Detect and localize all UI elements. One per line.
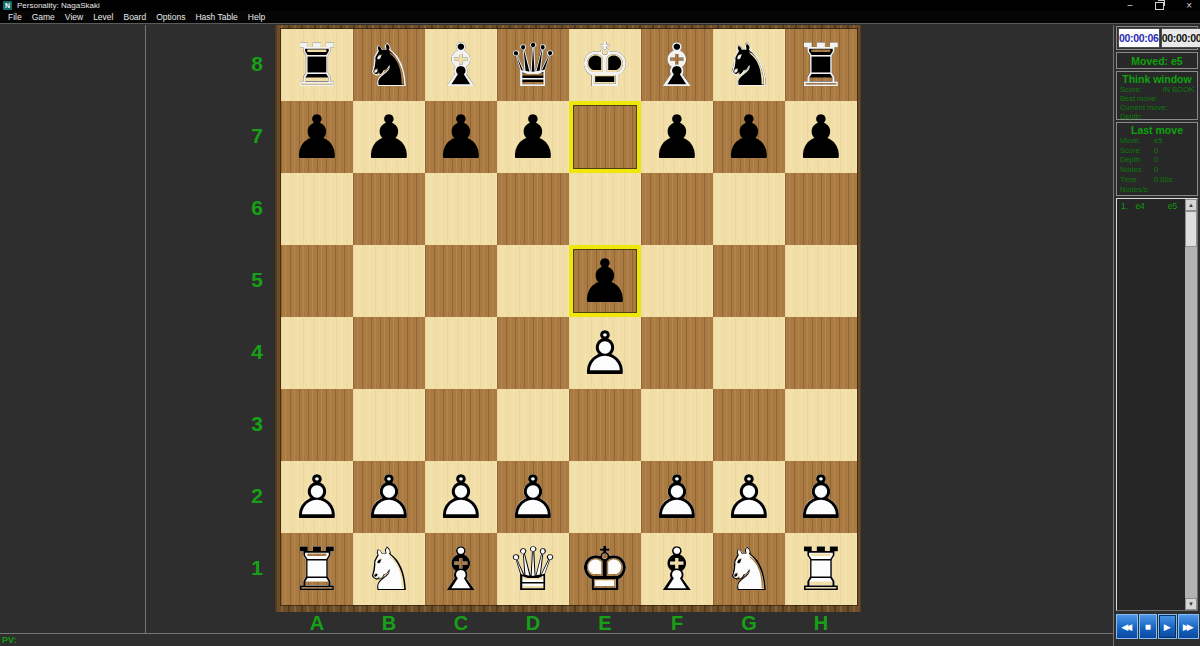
rank-label-4: 4 bbox=[246, 340, 268, 364]
black-pawn[interactable]: ♟ bbox=[353, 101, 425, 173]
scrollbar-thumb[interactable] bbox=[1185, 211, 1197, 247]
square-f5[interactable] bbox=[641, 245, 713, 317]
square-b8[interactable]: ♞♘ bbox=[353, 29, 425, 101]
app-icon: N bbox=[3, 1, 12, 10]
rank-label-5: 5 bbox=[246, 268, 268, 292]
file-label-e: E bbox=[593, 612, 617, 635]
square-c4[interactable] bbox=[425, 317, 497, 389]
minimize-icon[interactable]: − bbox=[1127, 0, 1133, 11]
square-f6[interactable] bbox=[641, 173, 713, 245]
last-move-title: Last move bbox=[1120, 124, 1194, 136]
lm-time-value: 0.00s bbox=[1154, 175, 1172, 185]
square-f7[interactable]: ♟ bbox=[641, 101, 713, 173]
square-d2[interactable]: ♟♙ bbox=[497, 461, 569, 533]
lm-depth-label: Depth: bbox=[1120, 155, 1154, 165]
black-pawn[interactable]: ♟ bbox=[497, 101, 569, 173]
square-c2[interactable]: ♟♙ bbox=[425, 461, 497, 533]
square-h4[interactable] bbox=[785, 317, 857, 389]
rank-label-2: 2 bbox=[246, 484, 268, 508]
square-g2[interactable]: ♟♙ bbox=[713, 461, 785, 533]
rank-label-6: 6 bbox=[246, 196, 268, 220]
black-rook[interactable]: ♜♖ bbox=[785, 29, 857, 101]
last-move-row-time: Time: 0.00s bbox=[1120, 175, 1194, 185]
status-bar: PV: bbox=[0, 633, 1113, 646]
white-pawn[interactable]: ♟♙ bbox=[641, 461, 713, 533]
square-a4[interactable] bbox=[281, 317, 353, 389]
square-a6[interactable] bbox=[281, 173, 353, 245]
clock-panel: 00:00:06 00:00:00 bbox=[1116, 26, 1198, 50]
think-best-move-label: Best move: bbox=[1120, 94, 1158, 103]
square-b1[interactable]: ♞♘ bbox=[353, 533, 425, 605]
square-b3[interactable] bbox=[353, 389, 425, 461]
square-h7[interactable]: ♟ bbox=[785, 101, 857, 173]
move-list[interactable]: 1. e4 e5 ▲ ▼ bbox=[1116, 198, 1198, 611]
square-g1[interactable]: ♞♘ bbox=[713, 533, 785, 605]
file-label-d: D bbox=[521, 612, 545, 635]
square-c6[interactable] bbox=[425, 173, 497, 245]
black-knight[interactable]: ♞♘ bbox=[353, 29, 425, 101]
think-depth-label: Depth: bbox=[1120, 112, 1142, 121]
white-rook[interactable]: ♜♖ bbox=[281, 533, 353, 605]
square-d5[interactable] bbox=[497, 245, 569, 317]
square-c5[interactable] bbox=[425, 245, 497, 317]
chess-board-frame: ♜♖♞♘♝♗♛♕♚♔♝♗♞♘♜♖♟♟♟♟♟♟♟♟♟♙♟♙♟♙♟♙♟♙♟♙♟♙♟♙… bbox=[275, 25, 861, 612]
game-nav-bar: ◀◀ ■ ▶ ▶▶ bbox=[1116, 614, 1199, 639]
rank-label-1: 1 bbox=[246, 556, 268, 580]
square-e4[interactable]: ♟♙ bbox=[569, 317, 641, 389]
white-pawn[interactable]: ♟♙ bbox=[497, 461, 569, 533]
square-h6[interactable] bbox=[785, 173, 857, 245]
white-pawn[interactable]: ♟♙ bbox=[353, 461, 425, 533]
black-rook[interactable]: ♜♖ bbox=[281, 29, 353, 101]
lm-score-value: 0 bbox=[1154, 146, 1158, 156]
square-b2[interactable]: ♟♙ bbox=[353, 461, 425, 533]
chess-board: ♜♖♞♘♝♗♛♕♚♔♝♗♞♘♜♖♟♟♟♟♟♟♟♟♟♙♟♙♟♙♟♙♟♙♟♙♟♙♟♙… bbox=[281, 29, 857, 605]
last-move-row-nodes: Nodes 0 bbox=[1120, 165, 1194, 175]
lm-time-label: Time: bbox=[1120, 175, 1154, 185]
white-clock: 00:00:06 bbox=[1118, 28, 1160, 48]
square-d6[interactable] bbox=[497, 173, 569, 245]
pv-label: PV: bbox=[2, 635, 17, 645]
white-pawn[interactable]: ♟♙ bbox=[569, 317, 641, 389]
lm-move-label: Move: bbox=[1120, 136, 1154, 146]
square-f8[interactable]: ♝♗ bbox=[641, 29, 713, 101]
think-score-value: IN BOOK bbox=[1163, 85, 1194, 94]
window-title: Personality: NagaSkaki bbox=[17, 1, 100, 10]
square-e6[interactable] bbox=[569, 173, 641, 245]
white-bishop[interactable]: ♝♗ bbox=[425, 533, 497, 605]
square-h2[interactable]: ♟♙ bbox=[785, 461, 857, 533]
menu-game[interactable]: Game bbox=[27, 12, 60, 22]
file-label-g: G bbox=[737, 612, 761, 635]
lm-nps-label: Nodes/s: bbox=[1120, 185, 1154, 195]
square-d1[interactable]: ♛♕ bbox=[497, 533, 569, 605]
square-a7[interactable]: ♟ bbox=[281, 101, 353, 173]
square-h3[interactable] bbox=[785, 389, 857, 461]
lm-move-value: e5 bbox=[1154, 136, 1162, 146]
file-label-c: C bbox=[449, 612, 473, 635]
rank-label-7: 7 bbox=[246, 124, 268, 148]
square-h5[interactable] bbox=[785, 245, 857, 317]
restore-icon[interactable] bbox=[1155, 2, 1164, 10]
square-c1[interactable]: ♝♗ bbox=[425, 533, 497, 605]
close-icon[interactable]: × bbox=[1186, 0, 1192, 11]
play-button[interactable]: ▶ bbox=[1158, 614, 1177, 639]
square-g3[interactable] bbox=[713, 389, 785, 461]
rank-label-3: 3 bbox=[246, 412, 268, 436]
square-h8[interactable]: ♜♖ bbox=[785, 29, 857, 101]
square-g5[interactable] bbox=[713, 245, 785, 317]
square-g8[interactable]: ♞♘ bbox=[713, 29, 785, 101]
white-pawn[interactable]: ♟♙ bbox=[713, 461, 785, 533]
think-row-depth: Depth: bbox=[1120, 112, 1194, 121]
menu-board[interactable]: Board bbox=[118, 12, 151, 22]
scroll-up-icon[interactable]: ▲ bbox=[1185, 199, 1197, 211]
black-move: e5 bbox=[1168, 201, 1177, 211]
moved-banner: Moved: e5 bbox=[1116, 52, 1198, 69]
white-pawn[interactable]: ♟♙ bbox=[425, 461, 497, 533]
move-number: 1. bbox=[1121, 200, 1133, 212]
lm-nodes-label: Nodes bbox=[1120, 165, 1154, 175]
black-pawn[interactable]: ♟ bbox=[569, 245, 641, 317]
black-pawn[interactable]: ♟ bbox=[641, 101, 713, 173]
white-bishop[interactable]: ♝♗ bbox=[641, 533, 713, 605]
black-queen[interactable]: ♛♕ bbox=[497, 29, 569, 101]
black-pawn[interactable]: ♟ bbox=[425, 101, 497, 173]
square-d3[interactable] bbox=[497, 389, 569, 461]
forward-button[interactable]: ▶▶ bbox=[1178, 614, 1200, 639]
black-pawn[interactable]: ♟ bbox=[713, 101, 785, 173]
menu-view[interactable]: View bbox=[60, 12, 88, 22]
title-bar: N Personality: NagaSkaki − × bbox=[0, 0, 1200, 11]
left-pane-divider bbox=[145, 25, 146, 633]
file-label-b: B bbox=[377, 612, 401, 635]
square-e5[interactable]: ♟ bbox=[569, 245, 641, 317]
square-a1[interactable]: ♜♖ bbox=[281, 533, 353, 605]
menu-hash-table[interactable]: Hash Table bbox=[190, 12, 242, 22]
square-e7[interactable] bbox=[569, 101, 641, 173]
square-h1[interactable]: ♜♖ bbox=[785, 533, 857, 605]
lm-nodes-value: 0 bbox=[1154, 165, 1158, 175]
last-move-row-nps: Nodes/s: bbox=[1120, 185, 1194, 195]
scroll-down-icon[interactable]: ▼ bbox=[1185, 598, 1197, 610]
square-d4[interactable] bbox=[497, 317, 569, 389]
black-king[interactable]: ♚♔ bbox=[569, 29, 641, 101]
white-king[interactable]: ♚♔ bbox=[569, 533, 641, 605]
square-f4[interactable] bbox=[641, 317, 713, 389]
menu-help[interactable]: Help bbox=[243, 12, 270, 22]
white-knight[interactable]: ♞♘ bbox=[713, 533, 785, 605]
sidebar-divider bbox=[1113, 25, 1114, 646]
white-knight[interactable]: ♞♘ bbox=[353, 533, 425, 605]
black-pawn[interactable]: ♟ bbox=[281, 101, 353, 173]
square-f3[interactable] bbox=[641, 389, 713, 461]
square-d7[interactable]: ♟ bbox=[497, 101, 569, 173]
app-window: N Personality: NagaSkaki − × File Game V… bbox=[0, 0, 1200, 646]
square-a2[interactable]: ♟♙ bbox=[281, 461, 353, 533]
square-a5[interactable] bbox=[281, 245, 353, 317]
think-row-best-move: Best move: bbox=[1120, 94, 1194, 103]
black-pawn[interactable]: ♟ bbox=[785, 101, 857, 173]
lm-score-label: Score: bbox=[1120, 146, 1154, 156]
think-row-current-move: Current move: bbox=[1120, 103, 1194, 112]
white-move: e4 bbox=[1135, 200, 1165, 212]
square-b7[interactable]: ♟ bbox=[353, 101, 425, 173]
black-clock: 00:00:00 bbox=[1161, 28, 1200, 48]
white-queen[interactable]: ♛♕ bbox=[497, 533, 569, 605]
square-c8[interactable]: ♝♗ bbox=[425, 29, 497, 101]
rank-label-8: 8 bbox=[246, 52, 268, 76]
white-pawn[interactable]: ♟♙ bbox=[281, 461, 353, 533]
white-pawn[interactable]: ♟♙ bbox=[785, 461, 857, 533]
square-b4[interactable] bbox=[353, 317, 425, 389]
square-a8[interactable]: ♜♖ bbox=[281, 29, 353, 101]
window-controls: − × bbox=[1127, 0, 1192, 11]
square-c3[interactable] bbox=[425, 389, 497, 461]
white-rook[interactable]: ♜♖ bbox=[785, 533, 857, 605]
last-move-panel: Last move Move: e5 Score: 0 Depth: 0 Nod… bbox=[1116, 122, 1198, 196]
black-knight[interactable]: ♞♘ bbox=[713, 29, 785, 101]
square-f2[interactable]: ♟♙ bbox=[641, 461, 713, 533]
square-d8[interactable]: ♛♕ bbox=[497, 29, 569, 101]
square-g4[interactable] bbox=[713, 317, 785, 389]
menu-level[interactable]: Level bbox=[88, 12, 118, 22]
black-bishop[interactable]: ♝♗ bbox=[641, 29, 713, 101]
square-f1[interactable]: ♝♗ bbox=[641, 533, 713, 605]
stop-button[interactable]: ■ bbox=[1139, 614, 1158, 639]
file-label-f: F bbox=[665, 612, 689, 635]
think-window-panel: Think window Score: IN BOOK Best move: C… bbox=[1116, 71, 1198, 120]
lm-depth-value: 0 bbox=[1154, 155, 1158, 165]
square-a3[interactable] bbox=[281, 389, 353, 461]
file-label-h: H bbox=[809, 612, 833, 635]
square-e3[interactable] bbox=[569, 389, 641, 461]
square-e1[interactable]: ♚♔ bbox=[569, 533, 641, 605]
last-move-row-depth: Depth: 0 bbox=[1120, 155, 1194, 165]
rewind-button[interactable]: ◀◀ bbox=[1116, 614, 1138, 639]
last-move-row-score: Score: 0 bbox=[1120, 146, 1194, 156]
square-e2[interactable] bbox=[569, 461, 641, 533]
menu-bar: File Game View Level Board Options Hash … bbox=[0, 11, 1200, 24]
menu-options[interactable]: Options bbox=[151, 12, 190, 22]
think-current-move-label: Current move: bbox=[1120, 103, 1168, 112]
square-g7[interactable]: ♟ bbox=[713, 101, 785, 173]
black-bishop[interactable]: ♝♗ bbox=[425, 29, 497, 101]
square-c7[interactable]: ♟ bbox=[425, 101, 497, 173]
square-b5[interactable] bbox=[353, 245, 425, 317]
move-list-scrollbar[interactable]: ▲ ▼ bbox=[1185, 199, 1197, 610]
last-move-row-move: Move: e5 bbox=[1120, 136, 1194, 146]
square-e8[interactable]: ♚♔ bbox=[569, 29, 641, 101]
menu-file[interactable]: File bbox=[3, 12, 27, 22]
square-g6[interactable] bbox=[713, 173, 785, 245]
think-score-label: Score: bbox=[1120, 85, 1142, 94]
square-b6[interactable] bbox=[353, 173, 425, 245]
think-window-title: Think window bbox=[1120, 73, 1194, 85]
think-row-score: Score: IN BOOK bbox=[1120, 85, 1194, 94]
file-label-a: A bbox=[305, 612, 329, 635]
